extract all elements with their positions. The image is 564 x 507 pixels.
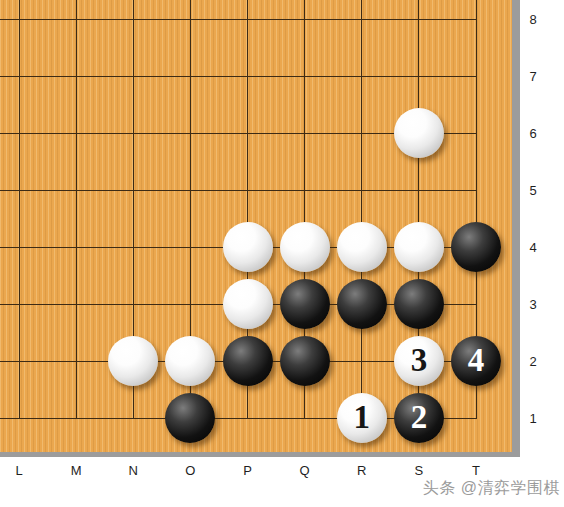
stone-black-s3 [394,279,444,329]
column-label-q: Q [295,463,315,478]
board-grid: 3142 [0,0,505,447]
column-label-l: L [9,463,29,478]
row-label-7: 7 [523,69,543,84]
column-label-r: R [352,463,372,478]
row-label-6: 6 [523,126,543,141]
go-diagram: 3142 LMNOPQRST 87654321 头条 @清弈学围棋 [0,0,564,507]
move-number-label: 3 [411,344,428,377]
column-label-o: O [180,463,200,478]
column-label-s: S [409,463,429,478]
row-label-3: 3 [523,297,543,312]
board-edge-bottom [0,452,520,457]
row-label-8: 8 [523,12,543,27]
row-label-4: 4 [523,240,543,255]
stone-black-o1 [165,393,215,443]
row-label-2: 2 [523,354,543,369]
stone-black-r3 [337,279,387,329]
stone-white-n2 [108,336,158,386]
stone-white-r1: 1 [337,393,387,443]
column-label-m: M [66,463,86,478]
watermark-text: 头条 @清弈学围棋 [423,478,560,499]
stone-white-p4 [223,222,273,272]
stone-black-q3 [280,279,330,329]
stone-white-p3 [223,279,273,329]
stone-white-s6 [394,108,444,158]
stone-white-q4 [280,222,330,272]
go-board: 3142 [0,0,512,452]
stone-black-p2 [223,336,273,386]
move-number-label: 2 [411,401,428,434]
stone-white-r4 [337,222,387,272]
stone-black-s1: 2 [394,393,444,443]
stone-white-s2: 3 [394,336,444,386]
board-edge-right [512,0,520,457]
row-label-1: 1 [523,411,543,426]
stone-black-t2: 4 [451,336,501,386]
column-label-t: T [466,463,486,478]
move-number-label: 4 [468,344,485,377]
column-label-n: N [123,463,143,478]
row-label-5: 5 [523,183,543,198]
stone-white-s4 [394,222,444,272]
stone-black-t4 [451,222,501,272]
column-label-p: P [238,463,258,478]
stone-black-q2 [280,336,330,386]
stone-white-o2 [165,336,215,386]
move-number-label: 1 [354,401,371,434]
